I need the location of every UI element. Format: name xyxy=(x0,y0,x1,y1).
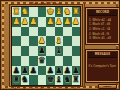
piece-white-pawn-c2[interactable]: ♟ xyxy=(29,66,37,75)
file-label-h: h xyxy=(73,87,76,89)
piece-white-pawn-h2[interactable]: ♟ xyxy=(72,66,80,75)
square-a8[interactable]: ♜ xyxy=(12,7,21,17)
square-d8[interactable] xyxy=(38,7,47,17)
square-c5[interactable] xyxy=(29,36,38,46)
square-h8[interactable]: ♜ xyxy=(72,7,81,17)
square-e7[interactable]: ♟ xyxy=(46,17,55,27)
game-window: EasyBall Chess ♜♞♚♝♞♜♟♟♟♟♟♟♟♟♝♟♝♛♟♟♟♟♟♟♟… xyxy=(0,0,120,90)
message-panel: MESSAGE It's Computer's Turn xyxy=(86,50,119,82)
piece-black-pawn-g7[interactable]: ♟ xyxy=(63,17,71,26)
square-h6[interactable] xyxy=(72,27,81,37)
chess-board: ♜♞♚♝♞♜♟♟♟♟♟♟♟♟♝♟♝♛♟♟♟♟♟♟♟♜♞♚♝♞♜ xyxy=(11,6,81,86)
piece-white-bishop-f1[interactable]: ♝ xyxy=(55,75,63,84)
piece-white-knight-b1[interactable]: ♞ xyxy=(21,75,29,84)
message-body: It's Computer's Turn xyxy=(87,59,118,71)
board-frame: ♜♞♚♝♞♜♟♟♟♟♟♟♟♟♝♟♝♛♟♟♟♟♟♟♟♜♞♚♝♞♜ xyxy=(9,4,83,87)
square-h3[interactable] xyxy=(72,56,81,66)
square-f5[interactable]: ♝ xyxy=(55,36,64,46)
record-entry-text: 2. White c1 - f4 xyxy=(89,28,110,31)
file-label-c: c xyxy=(31,87,34,89)
piece-white-rook-a1[interactable]: ♜ xyxy=(12,75,20,84)
piece-white-rook-h1[interactable]: ♜ xyxy=(72,75,80,84)
square-c2[interactable]: ♟ xyxy=(29,66,38,76)
piece-black-pawn-c7[interactable]: ♟ xyxy=(29,17,37,26)
file-labels: abcdefgh xyxy=(11,86,79,90)
piece-white-king-e1[interactable]: ♚ xyxy=(46,75,54,84)
square-f4[interactable]: ♝ xyxy=(55,46,64,56)
piece-black-rook-h8[interactable]: ♜ xyxy=(72,7,80,16)
square-d5[interactable]: ♟ xyxy=(38,36,47,46)
frame-ornament-left xyxy=(2,2,4,88)
square-c1[interactable] xyxy=(29,75,38,85)
square-f3[interactable] xyxy=(55,56,64,66)
square-e1[interactable]: ♚ xyxy=(46,75,55,85)
piece-white-pawn-d4[interactable]: ♟ xyxy=(38,46,46,55)
piece-white-queen-d3[interactable]: ♛ xyxy=(38,56,46,65)
square-g5[interactable] xyxy=(63,36,72,46)
square-g2[interactable]: ♟ xyxy=(63,66,72,76)
square-g7[interactable]: ♟ xyxy=(63,17,72,27)
frame-groove xyxy=(84,3,85,87)
square-a5[interactable] xyxy=(12,36,21,46)
square-h5[interactable] xyxy=(72,36,81,46)
file-label-f: f xyxy=(56,87,59,89)
piece-black-pawn-f7[interactable]: ♟ xyxy=(55,17,63,26)
record-header: RECORD xyxy=(88,10,117,16)
square-a1[interactable]: ♜ xyxy=(12,75,21,85)
piece-black-rook-a8[interactable]: ♜ xyxy=(12,7,20,16)
square-h4[interactable] xyxy=(72,46,81,56)
message-text: It's Computer's Turn xyxy=(89,65,116,68)
file-label-a: a xyxy=(14,87,17,89)
square-a2[interactable]: ♟ xyxy=(12,66,21,76)
record-entry-text: 1. Black d7 - d5 xyxy=(89,23,110,26)
square-e4[interactable] xyxy=(46,46,55,56)
piece-white-pawn-g2[interactable]: ♟ xyxy=(63,66,71,75)
piece-black-bishop-f5[interactable]: ♝ xyxy=(55,36,63,45)
record-header-text: RECORD xyxy=(96,11,109,14)
file-label-d: d xyxy=(39,87,42,89)
piece-black-pawn-a7[interactable]: ♟ xyxy=(12,17,20,26)
piece-black-pawn-d5[interactable]: ♟ xyxy=(38,36,46,45)
square-e5[interactable] xyxy=(46,36,55,46)
square-f1[interactable]: ♝ xyxy=(55,75,64,85)
piece-white-pawn-b2[interactable]: ♟ xyxy=(21,66,29,75)
menu-button[interactable]: MENU xyxy=(98,84,117,89)
message-header-text: MESSAGE xyxy=(95,53,110,56)
menu-button-label: MENU xyxy=(104,85,112,88)
square-h2[interactable]: ♟ xyxy=(72,66,81,76)
square-c7[interactable]: ♟ xyxy=(29,17,38,27)
square-d4[interactable]: ♟ xyxy=(38,46,47,56)
square-a6[interactable] xyxy=(12,27,21,37)
square-g1[interactable]: ♞ xyxy=(63,75,72,85)
piece-white-knight-g1[interactable]: ♞ xyxy=(63,75,71,84)
piece-white-pawn-e2[interactable]: ♟ xyxy=(46,66,54,75)
square-d1[interactable] xyxy=(38,75,47,85)
square-f6[interactable] xyxy=(55,27,64,37)
square-d6[interactable] xyxy=(38,27,47,37)
piece-white-bishop-f4[interactable]: ♝ xyxy=(55,46,63,55)
square-e3[interactable] xyxy=(46,56,55,66)
square-h1[interactable]: ♜ xyxy=(72,75,81,85)
file-label-e: e xyxy=(48,87,51,89)
square-b8[interactable]: ♞ xyxy=(21,7,30,17)
message-header: MESSAGE xyxy=(88,52,117,58)
square-g3[interactable] xyxy=(63,56,72,66)
square-b2[interactable]: ♟ xyxy=(21,66,30,76)
piece-black-king-e8[interactable]: ♚ xyxy=(46,7,54,16)
record-entry-text: 3. White d1 - d3 xyxy=(89,37,111,40)
record-entry-text: 2. Black c8 - f5 xyxy=(89,33,109,36)
piece-white-pawn-f2[interactable]: ♟ xyxy=(55,66,63,75)
square-b6[interactable] xyxy=(21,27,30,37)
square-d3[interactable]: ♛ xyxy=(38,56,47,66)
square-f8[interactable]: ♝ xyxy=(55,7,64,17)
file-label-g: g xyxy=(65,87,68,89)
square-b3[interactable] xyxy=(21,56,30,66)
record-entry-text: 1. White d2 - d4 xyxy=(89,19,111,22)
square-f7[interactable]: ♟ xyxy=(55,17,64,27)
record-entry-5: 3. White d1 - d3 xyxy=(89,36,116,41)
square-b4[interactable] xyxy=(21,46,30,56)
piece-white-pawn-a2[interactable]: ♟ xyxy=(12,66,20,75)
square-e2[interactable]: ♟ xyxy=(46,66,55,76)
square-b5[interactable] xyxy=(21,36,30,46)
square-f2[interactable]: ♟ xyxy=(55,66,64,76)
piece-black-knight-g8[interactable]: ♞ xyxy=(63,7,71,16)
square-c6[interactable] xyxy=(29,27,38,37)
record-panel: RECORD 1. White d2 - d41. Black d7 - d52… xyxy=(86,8,119,44)
square-c3[interactable] xyxy=(29,56,38,66)
square-a4[interactable] xyxy=(12,46,21,56)
piece-black-pawn-h7[interactable]: ♟ xyxy=(72,17,80,26)
square-g4[interactable] xyxy=(63,46,72,56)
file-label-b: b xyxy=(22,87,25,89)
piece-black-bishop-f8[interactable]: ♝ xyxy=(55,7,63,16)
square-b1[interactable]: ♞ xyxy=(21,75,30,85)
square-e8[interactable]: ♚ xyxy=(46,7,55,17)
piece-black-pawn-e7[interactable]: ♟ xyxy=(46,17,54,26)
record-move-list: 1. White d2 - d41. Black d7 - d52. White… xyxy=(87,17,118,41)
square-h7[interactable]: ♟ xyxy=(72,17,81,27)
square-e6[interactable] xyxy=(46,27,55,37)
square-c8[interactable] xyxy=(29,7,38,17)
square-b7[interactable]: ♟ xyxy=(21,17,30,27)
square-g6[interactable] xyxy=(63,27,72,37)
piece-black-knight-b8[interactable]: ♞ xyxy=(21,7,29,16)
square-a7[interactable]: ♟ xyxy=(12,17,21,27)
square-d7[interactable] xyxy=(38,17,47,27)
square-g8[interactable]: ♞ xyxy=(63,7,72,17)
square-a3[interactable] xyxy=(12,56,21,66)
piece-black-pawn-b7[interactable]: ♟ xyxy=(21,17,29,26)
square-c4[interactable] xyxy=(29,46,38,56)
square-d2[interactable] xyxy=(38,66,47,76)
